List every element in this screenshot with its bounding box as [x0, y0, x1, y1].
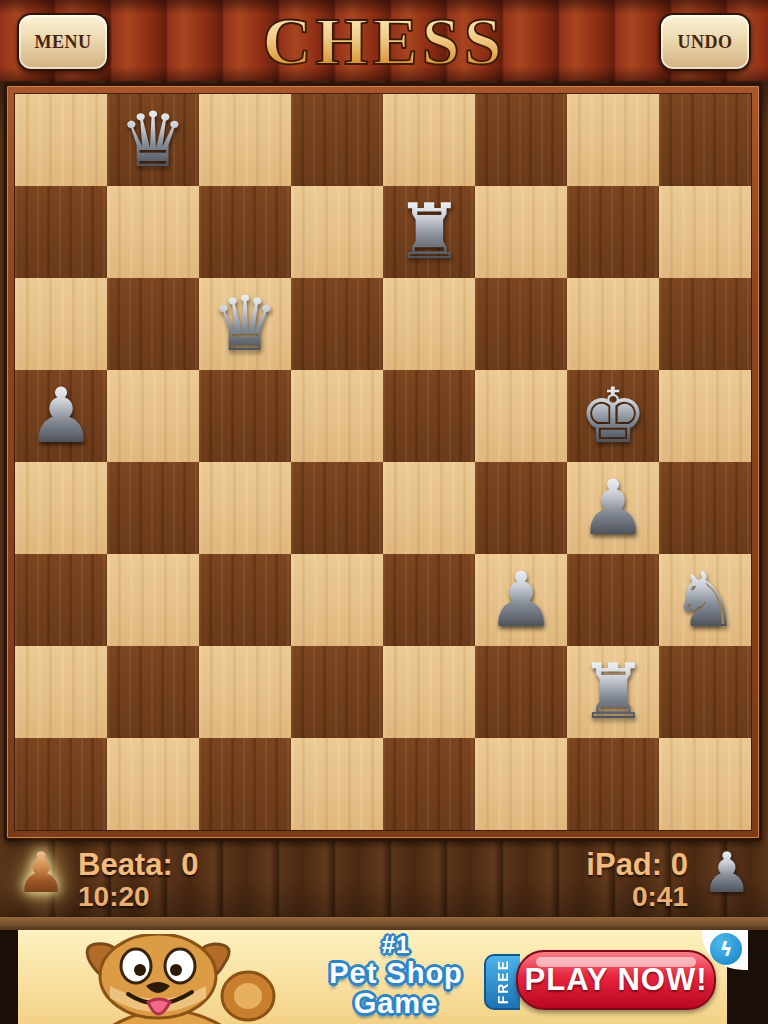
square-g5[interactable]: ♚	[567, 370, 659, 462]
square-d7[interactable]	[291, 186, 383, 278]
square-a6[interactable]	[15, 278, 107, 370]
silver-rook-g2[interactable]: ♜	[579, 654, 647, 730]
square-a3[interactable]: ♚	[15, 554, 107, 646]
square-b2[interactable]	[107, 646, 199, 738]
square-a4[interactable]	[15, 462, 107, 554]
square-c7[interactable]	[199, 186, 291, 278]
square-b4[interactable]	[107, 462, 199, 554]
square-e5[interactable]	[383, 370, 475, 462]
square-h8[interactable]	[659, 94, 751, 186]
square-c6[interactable]: ♛	[199, 278, 291, 370]
silver-rook-e7[interactable]: ♜	[395, 194, 463, 270]
square-h2[interactable]	[659, 646, 751, 738]
player-left-info: Beata: 0 10:20	[78, 848, 199, 912]
ad-line1: #1	[306, 932, 486, 958]
square-c2[interactable]	[199, 646, 291, 738]
ad-line3: Game	[306, 988, 486, 1018]
square-f3[interactable]: ♟	[475, 554, 567, 646]
player-right-info: iPad: 0 0:41	[586, 848, 688, 912]
square-d5[interactable]	[291, 370, 383, 462]
undo-button[interactable]: UNDO	[659, 13, 751, 71]
square-d4[interactable]	[291, 462, 383, 554]
square-a8[interactable]	[15, 94, 107, 186]
silver-queen-c6[interactable]: ♛	[211, 286, 279, 362]
app-title: CHESS	[194, 2, 574, 80]
square-e3[interactable]	[383, 554, 475, 646]
chess-app: MENU CHESS UNDO ♛♜♛♟♚♟♚♟♞♜ ♟ Beata: 0 10…	[0, 0, 768, 1024]
square-h4[interactable]	[659, 462, 751, 554]
silver-pawn-f3[interactable]: ♟	[487, 562, 555, 638]
player-right-score: iPad: 0	[586, 848, 688, 882]
square-c4[interactable]	[199, 462, 291, 554]
square-d8[interactable]	[291, 94, 383, 186]
ad-bar: #1 Pet Shop Game FREE PLAY NOW! ϟ	[0, 930, 768, 1024]
square-c5[interactable]	[199, 370, 291, 462]
menu-button[interactable]: MENU	[17, 13, 109, 71]
square-e7[interactable]: ♜	[383, 186, 475, 278]
square-c8[interactable]	[199, 94, 291, 186]
square-h3[interactable]: ♞	[659, 554, 751, 646]
square-f1[interactable]	[475, 738, 567, 830]
ad-headline: #1 Pet Shop Game	[306, 932, 486, 1018]
square-g4[interactable]: ♟	[567, 462, 659, 554]
square-h7[interactable]	[659, 186, 751, 278]
header-bar: MENU CHESS UNDO	[0, 0, 768, 81]
square-b1[interactable]	[107, 738, 199, 830]
square-d1[interactable]	[291, 738, 383, 830]
square-e1[interactable]	[383, 738, 475, 830]
silver-knight-h3[interactable]: ♞	[671, 562, 739, 638]
square-c3[interactable]	[199, 554, 291, 646]
silver-pawn-a5[interactable]: ♟	[27, 378, 95, 454]
square-f7[interactable]	[475, 186, 567, 278]
square-f8[interactable]	[475, 94, 567, 186]
square-a1[interactable]	[15, 738, 107, 830]
square-f6[interactable]	[475, 278, 567, 370]
square-g8[interactable]	[567, 94, 659, 186]
status-bar: ♟ Beata: 0 10:20 iPad: 0 0:41 ♟	[0, 845, 768, 917]
square-e4[interactable]	[383, 462, 475, 554]
square-e8[interactable]	[383, 94, 475, 186]
board-frame: ♛♜♛♟♚♟♚♟♞♜	[4, 83, 762, 841]
chess-board[interactable]: ♛♜♛♟♚♟♚♟♞♜	[14, 93, 752, 831]
square-b8[interactable]: ♛	[107, 94, 199, 186]
player-left-score: Beata: 0	[78, 848, 199, 882]
wood-ledge	[0, 917, 768, 930]
square-d6[interactable]	[291, 278, 383, 370]
square-h1[interactable]	[659, 738, 751, 830]
square-f5[interactable]	[475, 370, 567, 462]
square-e6[interactable]	[383, 278, 475, 370]
square-e2[interactable]	[383, 646, 475, 738]
silver-king-g5[interactable]: ♚	[579, 378, 647, 454]
square-b3[interactable]	[107, 554, 199, 646]
square-g6[interactable]	[567, 278, 659, 370]
square-a5[interactable]: ♟	[15, 370, 107, 462]
play-now-button[interactable]: PLAY NOW!	[516, 950, 716, 1010]
silver-pawn-g4[interactable]: ♟	[579, 470, 647, 546]
square-b5[interactable]	[107, 370, 199, 462]
square-a7[interactable]	[15, 186, 107, 278]
free-ribbon[interactable]: FREE	[484, 954, 520, 1010]
play-now-label: PLAY NOW!	[525, 962, 708, 998]
square-h5[interactable]	[659, 370, 751, 462]
player-left-clock: 10:20	[78, 882, 199, 912]
lightning-badge-icon: ϟ	[710, 933, 742, 965]
square-g2[interactable]: ♜	[567, 646, 659, 738]
wood-background: ♛♜♛♟♚♟♚♟♞♜ ♟ Beata: 0 10:20 iPad: 0 0:41…	[0, 81, 768, 930]
silver-pawn-icon: ♟	[702, 845, 752, 901]
square-b7[interactable]	[107, 186, 199, 278]
player-right-clock: 0:41	[586, 882, 688, 912]
square-f4[interactable]	[475, 462, 567, 554]
square-f2[interactable]	[475, 646, 567, 738]
square-b6[interactable]	[107, 278, 199, 370]
ad-banner[interactable]: #1 Pet Shop Game FREE PLAY NOW!	[18, 930, 727, 1024]
square-g3[interactable]	[567, 554, 659, 646]
square-a2[interactable]	[15, 646, 107, 738]
bronze-pawn-icon: ♟	[16, 845, 66, 901]
bronze-king-a3[interactable]: ♚	[27, 562, 95, 638]
silver-queen-b8[interactable]: ♛	[119, 102, 187, 178]
dog-illustration	[52, 934, 282, 1024]
square-d3[interactable]	[291, 554, 383, 646]
square-d2[interactable]	[291, 646, 383, 738]
free-label: FREE	[495, 959, 511, 1004]
square-c1[interactable]	[199, 738, 291, 830]
square-g1[interactable]	[567, 738, 659, 830]
ad-line2: Pet Shop	[306, 958, 486, 988]
square-g7[interactable]	[567, 186, 659, 278]
app-title-text: CHESS	[263, 3, 506, 79]
square-h6[interactable]	[659, 278, 751, 370]
